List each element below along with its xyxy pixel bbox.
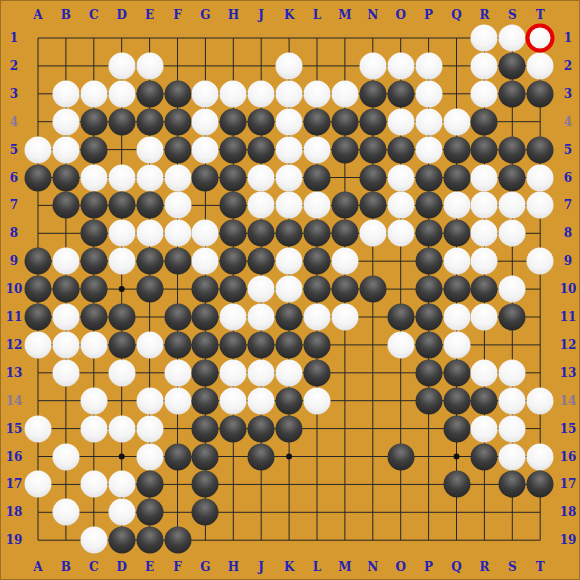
row-right-label-9: 9: [564, 254, 572, 268]
white-stone-B3: [52, 80, 79, 107]
column-top-label-O: O: [395, 8, 405, 22]
white-stone-C19: [80, 527, 107, 554]
black-stone-F11: [164, 304, 191, 331]
row-left-label-6: 6: [10, 171, 18, 185]
black-stone-F3: [164, 80, 191, 107]
black-stone-K15: [276, 415, 303, 442]
black-stone-P9: [415, 248, 442, 275]
row-right-label-3: 3: [564, 87, 572, 101]
row-left-label-11: 11: [6, 310, 23, 324]
white-stone-H13: [220, 359, 247, 386]
black-stone-B7: [52, 192, 79, 219]
white-stone-K4: [276, 108, 303, 135]
white-stone-Q9: [443, 248, 470, 275]
black-stone-R10: [471, 276, 498, 303]
white-stone-G5: [192, 136, 219, 163]
white-stone-K9: [276, 248, 303, 275]
white-stone-B13: [52, 359, 79, 386]
black-stone-Q14: [443, 387, 470, 414]
black-stone-A11: [25, 304, 52, 331]
black-stone-F4: [164, 108, 191, 135]
column-bottom-label-R: R: [479, 560, 489, 574]
white-stone-S14: [499, 387, 526, 414]
black-stone-O3: [387, 80, 414, 107]
black-stone-O11: [387, 304, 414, 331]
black-stone-B10: [52, 276, 79, 303]
white-stone-T2: [527, 52, 554, 79]
white-stone-J10: [248, 276, 275, 303]
black-stone-A9: [25, 248, 52, 275]
black-stone-H5: [220, 136, 247, 163]
white-stone-C15: [80, 415, 107, 442]
white-stone-S16: [499, 443, 526, 470]
white-stone-A5: [25, 136, 52, 163]
row-right-label-14: 14: [560, 394, 577, 408]
black-stone-G13: [192, 359, 219, 386]
column-top-label-R: R: [479, 8, 489, 22]
black-stone-M4: [331, 108, 358, 135]
white-stone-D3: [108, 80, 135, 107]
black-stone-J12: [248, 331, 275, 358]
white-stone-L11: [304, 304, 331, 331]
column-bottom-label-J: J: [258, 560, 264, 574]
row-left-label-17: 17: [6, 477, 23, 491]
white-stone-B5: [52, 136, 79, 163]
column-bottom-label-D: D: [116, 560, 126, 574]
go-board[interactable]: AABBCCDDEEFFGGHHJJKKLLMMNNOOPPQQRRSSTT11…: [0, 0, 580, 580]
white-stone-R3: [471, 80, 498, 107]
black-stone-R4: [471, 108, 498, 135]
black-stone-H9: [220, 248, 247, 275]
black-stone-F5: [164, 136, 191, 163]
black-stone-Q17: [443, 471, 470, 498]
black-stone-S11: [499, 304, 526, 331]
white-stone-C14: [80, 387, 107, 414]
white-stone-P2: [415, 52, 442, 79]
column-bottom-label-L: L: [313, 560, 321, 574]
black-stone-C10: [80, 276, 107, 303]
black-stone-N3: [359, 80, 386, 107]
white-stone-G8: [192, 220, 219, 247]
row-left-label-12: 12: [6, 338, 23, 352]
black-stone-S17: [499, 471, 526, 498]
column-bottom-label-K: K: [284, 560, 294, 574]
black-stone-C7: [80, 192, 107, 219]
white-stone-F6: [164, 164, 191, 191]
white-stone-G4: [192, 108, 219, 135]
black-stone-P8: [415, 220, 442, 247]
black-stone-N10: [359, 276, 386, 303]
column-top-label-T: T: [536, 8, 545, 22]
black-stone-G14: [192, 387, 219, 414]
white-stone-Q7: [443, 192, 470, 219]
white-stone-J6: [248, 164, 275, 191]
row-right-label-6: 6: [564, 171, 572, 185]
white-stone-J7: [248, 192, 275, 219]
white-stone-T16: [527, 443, 554, 470]
white-stone-O4: [387, 108, 414, 135]
black-stone-F9: [164, 248, 191, 275]
white-stone-O7: [387, 192, 414, 219]
row-right-label-12: 12: [560, 338, 577, 352]
black-stone-G18: [192, 499, 219, 526]
black-stone-M10: [331, 276, 358, 303]
star-point-Q16: [454, 454, 460, 460]
black-stone-T17: [527, 471, 554, 498]
white-stone-F8: [164, 220, 191, 247]
black-stone-P7: [415, 192, 442, 219]
white-stone-H14: [220, 387, 247, 414]
black-stone-K11: [276, 304, 303, 331]
black-stone-J9: [248, 248, 275, 275]
black-stone-R16: [471, 443, 498, 470]
row-left-label-19: 19: [6, 533, 23, 547]
column-top-label-K: K: [284, 8, 294, 22]
white-stone-Q12: [443, 331, 470, 358]
black-stone-D7: [108, 192, 135, 219]
row-left-label-15: 15: [6, 422, 23, 436]
white-stone-O12: [387, 331, 414, 358]
white-stone-T7: [527, 192, 554, 219]
black-stone-G15: [192, 415, 219, 442]
row-left-label-4: 4: [10, 115, 18, 129]
column-bottom-label-P: P: [424, 560, 433, 574]
white-stone-L5: [304, 136, 331, 163]
column-bottom-label-E: E: [145, 560, 154, 574]
black-stone-S2: [499, 52, 526, 79]
column-top-label-A: A: [33, 8, 42, 22]
black-stone-Q5: [443, 136, 470, 163]
black-stone-Q6: [443, 164, 470, 191]
white-stone-Q11: [443, 304, 470, 331]
white-stone-F14: [164, 387, 191, 414]
black-stone-J16: [248, 443, 275, 470]
black-stone-R14: [471, 387, 498, 414]
black-stone-H6: [220, 164, 247, 191]
white-stone-K6: [276, 164, 303, 191]
column-top-label-P: P: [424, 8, 433, 22]
white-stone-E8: [136, 220, 163, 247]
black-stone-G11: [192, 304, 219, 331]
white-stone-S7: [499, 192, 526, 219]
column-top-label-F: F: [173, 8, 182, 22]
black-stone-J4: [248, 108, 275, 135]
row-left-label-18: 18: [6, 505, 23, 519]
column-bottom-label-H: H: [228, 560, 239, 574]
column-top-label-L: L: [313, 8, 321, 22]
white-stone-B9: [52, 248, 79, 275]
black-stone-L4: [304, 108, 331, 135]
black-stone-Q15: [443, 415, 470, 442]
white-stone-J11: [248, 304, 275, 331]
white-stone-A15: [25, 415, 52, 442]
black-stone-C4: [80, 108, 107, 135]
black-stone-P11: [415, 304, 442, 331]
white-stone-O2: [387, 52, 414, 79]
black-stone-L9: [304, 248, 331, 275]
black-stone-N4: [359, 108, 386, 135]
star-point-D16: [119, 454, 125, 460]
black-stone-G16: [192, 443, 219, 470]
row-right-label-13: 13: [560, 366, 577, 380]
black-stone-H15: [220, 415, 247, 442]
white-stone-S15: [499, 415, 526, 442]
column-top-label-M: M: [338, 8, 351, 22]
white-stone-L7: [304, 192, 331, 219]
black-stone-O5: [387, 136, 414, 163]
white-stone-J3: [248, 80, 275, 107]
white-stone-E14: [136, 387, 163, 414]
column-bottom-label-S: S: [508, 560, 517, 574]
white-stone-K13: [276, 359, 303, 386]
white-stone-J13: [248, 359, 275, 386]
white-stone-E6: [136, 164, 163, 191]
column-bottom-label-M: M: [338, 560, 351, 574]
black-stone-E17: [136, 471, 163, 498]
row-left-label-8: 8: [10, 226, 18, 240]
black-stone-L12: [304, 331, 331, 358]
black-stone-P10: [415, 276, 442, 303]
star-point-K16: [286, 454, 292, 460]
black-stone-G10: [192, 276, 219, 303]
row-left-label-14: 14: [6, 394, 23, 408]
row-left-label-10: 10: [6, 282, 23, 296]
row-right-label-17: 17: [560, 477, 577, 491]
white-stone-D15: [108, 415, 135, 442]
white-stone-L3: [304, 80, 331, 107]
row-right-label-16: 16: [560, 450, 577, 464]
white-stone-R15: [471, 415, 498, 442]
row-left-label-2: 2: [10, 59, 18, 73]
white-stone-T6: [527, 164, 554, 191]
white-stone-H11: [220, 304, 247, 331]
white-stone-N8: [359, 220, 386, 247]
white-stone-S8: [499, 220, 526, 247]
black-stone-O16: [387, 443, 414, 470]
white-stone-C3: [80, 80, 107, 107]
black-stone-E19: [136, 527, 163, 554]
black-stone-C5: [80, 136, 107, 163]
white-stone-A12: [25, 331, 52, 358]
white-stone-R2: [471, 52, 498, 79]
white-stone-S10: [499, 276, 526, 303]
black-stone-C9: [80, 248, 107, 275]
white-stone-C6: [80, 164, 107, 191]
white-stone-A17: [25, 471, 52, 498]
black-stone-F19: [164, 527, 191, 554]
white-stone-E2: [136, 52, 163, 79]
white-stone-P3: [415, 80, 442, 107]
white-stone-O8: [387, 220, 414, 247]
white-stone-N2: [359, 52, 386, 79]
white-stone-M3: [331, 80, 358, 107]
black-stone-D19: [108, 527, 135, 554]
white-stone-B11: [52, 304, 79, 331]
column-top-label-G: G: [200, 8, 210, 22]
white-stone-K2: [276, 52, 303, 79]
black-stone-Q10: [443, 276, 470, 303]
white-stone-M11: [331, 304, 358, 331]
white-stone-G9: [192, 248, 219, 275]
black-stone-J15: [248, 415, 275, 442]
row-right-label-4: 4: [564, 115, 572, 129]
white-stone-D8: [108, 220, 135, 247]
black-stone-S5: [499, 136, 526, 163]
column-bottom-label-B: B: [61, 560, 71, 574]
row-right-label-19: 19: [560, 533, 577, 547]
column-bottom-label-F: F: [173, 560, 182, 574]
row-left-label-1: 1: [10, 31, 18, 45]
black-stone-M5: [331, 136, 358, 163]
white-stone-J14: [248, 387, 275, 414]
column-top-label-J: J: [258, 8, 264, 22]
row-right-label-15: 15: [560, 422, 577, 436]
black-stone-G12: [192, 331, 219, 358]
column-top-label-B: B: [61, 8, 71, 22]
black-stone-A6: [25, 164, 52, 191]
white-stone-S13: [499, 359, 526, 386]
white-stone-D6: [108, 164, 135, 191]
column-top-label-E: E: [145, 8, 154, 22]
column-bottom-label-C: C: [89, 560, 99, 574]
row-right-label-1: 1: [564, 31, 572, 45]
black-stone-L8: [304, 220, 331, 247]
white-stone-T14: [527, 387, 554, 414]
white-stone-M9: [331, 248, 358, 275]
black-stone-Q8: [443, 220, 470, 247]
black-stone-D12: [108, 331, 135, 358]
white-stone-R13: [471, 359, 498, 386]
column-bottom-label-T: T: [536, 560, 545, 574]
black-stone-K12: [276, 331, 303, 358]
row-left-label-5: 5: [10, 143, 18, 157]
white-stone-T9: [527, 248, 554, 275]
row-left-label-13: 13: [6, 366, 23, 380]
white-stone-B4: [52, 108, 79, 135]
row-right-label-18: 18: [560, 505, 577, 519]
white-stone-D2: [108, 52, 135, 79]
white-stone-D18: [108, 499, 135, 526]
black-stone-T3: [527, 80, 554, 107]
black-stone-C11: [80, 304, 107, 331]
black-stone-P6: [415, 164, 442, 191]
black-stone-A10: [25, 276, 52, 303]
black-stone-E4: [136, 108, 163, 135]
black-stone-E9: [136, 248, 163, 275]
white-stone-C17: [80, 471, 107, 498]
black-stone-D11: [108, 304, 135, 331]
column-top-label-Q: Q: [451, 8, 461, 22]
column-bottom-label-A: A: [33, 560, 42, 574]
column-top-label-C: C: [89, 8, 99, 22]
white-stone-K7: [276, 192, 303, 219]
black-stone-R5: [471, 136, 498, 163]
column-bottom-label-Q: Q: [451, 560, 461, 574]
white-stone-R11: [471, 304, 498, 331]
black-stone-M8: [331, 220, 358, 247]
white-stone-F7: [164, 192, 191, 219]
black-stone-Q13: [443, 359, 470, 386]
black-stone-S6: [499, 164, 526, 191]
white-stone-K3: [276, 80, 303, 107]
white-stone-B12: [52, 331, 79, 358]
row-right-label-10: 10: [560, 282, 577, 296]
row-left-label-7: 7: [10, 198, 18, 212]
white-stone-R7: [471, 192, 498, 219]
black-stone-L13: [304, 359, 331, 386]
black-stone-J5: [248, 136, 275, 163]
white-stone-H3: [220, 80, 247, 107]
black-stone-K14: [276, 387, 303, 414]
black-stone-M7: [331, 192, 358, 219]
row-left-label-9: 9: [10, 254, 18, 268]
column-top-label-N: N: [367, 8, 378, 22]
white-stone-R6: [471, 164, 498, 191]
black-stone-J8: [248, 220, 275, 247]
black-stone-P14: [415, 387, 442, 414]
column-top-label-S: S: [508, 8, 517, 22]
black-stone-H12: [220, 331, 247, 358]
white-stone-O6: [387, 164, 414, 191]
white-stone-R9: [471, 248, 498, 275]
white-stone-K10: [276, 276, 303, 303]
white-stone-D17: [108, 471, 135, 498]
row-right-label-7: 7: [564, 198, 572, 212]
black-stone-H7: [220, 192, 247, 219]
white-stone-E16: [136, 443, 163, 470]
white-stone-P5: [415, 136, 442, 163]
white-stone-D9: [108, 248, 135, 275]
black-stone-T5: [527, 136, 554, 163]
black-stone-F16: [164, 443, 191, 470]
black-stone-P13: [415, 359, 442, 386]
black-stone-E18: [136, 499, 163, 526]
black-stone-D4: [108, 108, 135, 135]
column-top-label-D: D: [116, 8, 126, 22]
black-stone-C8: [80, 220, 107, 247]
white-stone-B16: [52, 443, 79, 470]
row-right-label-2: 2: [564, 59, 572, 73]
black-stone-H10: [220, 276, 247, 303]
white-stone-F13: [164, 359, 191, 386]
white-stone-G3: [192, 80, 219, 107]
black-stone-N7: [359, 192, 386, 219]
black-stone-G17: [192, 471, 219, 498]
row-left-label-3: 3: [10, 87, 18, 101]
row-right-label-11: 11: [560, 310, 577, 324]
star-point-D10: [119, 286, 125, 292]
black-stone-F12: [164, 331, 191, 358]
row-right-label-5: 5: [564, 143, 572, 157]
white-stone-Q4: [443, 108, 470, 135]
black-stone-N6: [359, 164, 386, 191]
white-stone-L14: [304, 387, 331, 414]
white-stone-P4: [415, 108, 442, 135]
white-stone-E5: [136, 136, 163, 163]
column-bottom-label-O: O: [395, 560, 405, 574]
row-left-label-16: 16: [6, 450, 23, 464]
black-stone-E7: [136, 192, 163, 219]
white-stone-B18: [52, 499, 79, 526]
black-stone-H8: [220, 220, 247, 247]
black-stone-K8: [276, 220, 303, 247]
black-stone-N5: [359, 136, 386, 163]
row-right-label-8: 8: [564, 226, 572, 240]
black-stone-H4: [220, 108, 247, 135]
black-stone-G6: [192, 164, 219, 191]
black-stone-B6: [52, 164, 79, 191]
white-stone-E12: [136, 331, 163, 358]
